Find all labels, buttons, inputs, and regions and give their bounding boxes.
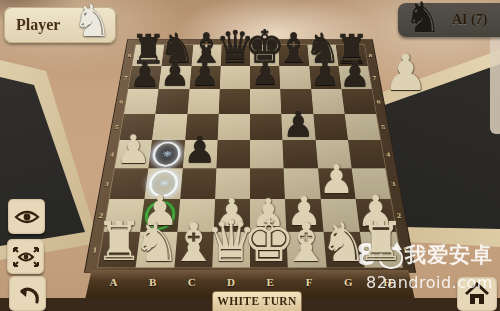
black-pawn-b7[interactable]: ♟ — [160, 56, 190, 90]
black-pawn-g7[interactable]: ♟ — [310, 56, 340, 90]
black-pawn-c7[interactable]: ♟ — [190, 57, 220, 90]
free-camera-button[interactable] — [7, 239, 44, 274]
black-player-badge: ♞ AI (7) — [398, 3, 500, 37]
square-g5[interactable] — [313, 114, 348, 140]
square-d6[interactable] — [219, 89, 250, 114]
square-h5[interactable] — [344, 114, 380, 140]
white-rook-h1[interactable]: ♜ — [357, 216, 405, 269]
square-b5[interactable] — [152, 114, 187, 140]
white-pawn-g3[interactable]: ♟ — [319, 160, 355, 200]
undo-button[interactable] — [9, 276, 46, 311]
black-pawn-a7[interactable]: ♟ — [129, 56, 160, 91]
right-rank-label-4: 4 — [382, 151, 394, 157]
right-rank-label-5: 5 — [378, 124, 389, 130]
white-player-badge: Player ♞ — [4, 7, 116, 43]
turn-banner: WHITE TURN — [212, 291, 302, 311]
watermark-text: 我爱安卓 — [405, 241, 493, 269]
eye-icon — [14, 207, 40, 227]
white-pawn-a4[interactable]: ♟ — [116, 130, 151, 169]
black-pawn-f5[interactable]: ♟ — [282, 106, 314, 141]
move-hint-ring-b4[interactable] — [151, 142, 182, 167]
chess-game-screen: ♟ 1122334455667788 ABCDEFGH ♜♞♝♛♚♝♞♜♟♟♟♟… — [0, 0, 500, 311]
white-knight-icon: ♞ — [73, 0, 112, 43]
black-pawn-c4[interactable]: ♟ — [183, 132, 216, 169]
file-label-e: E — [266, 276, 273, 288]
black-pawn-e7[interactable]: ♟ — [251, 58, 280, 90]
white-player-name: Player — [16, 16, 60, 34]
square-d5[interactable] — [217, 114, 250, 140]
background-object — [490, 34, 500, 134]
square-d4[interactable] — [216, 140, 250, 168]
file-label-g: G — [344, 276, 353, 288]
square-e4[interactable] — [250, 140, 284, 168]
left-rank-label-3: 3 — [101, 180, 113, 187]
right-rank-label-6: 6 — [373, 99, 384, 105]
square-b4[interactable] — [149, 140, 185, 168]
eye-arrows-icon — [12, 244, 40, 270]
square-e6[interactable] — [250, 89, 281, 114]
undo-arrow-icon — [15, 282, 41, 306]
show-moves-button[interactable] — [8, 199, 45, 234]
file-label-h: H — [383, 276, 392, 288]
black-knight-icon: ♞ — [404, 0, 442, 39]
file-label-b: B — [149, 276, 156, 288]
right-rank-label-7: 7 — [369, 75, 379, 80]
black-player-name: AI (7) — [452, 12, 487, 28]
file-label-d: D — [227, 276, 235, 288]
square-e5[interactable] — [250, 114, 283, 140]
file-label-c: C — [188, 276, 196, 288]
home-button[interactable] — [457, 277, 497, 311]
square-f4[interactable] — [283, 140, 318, 168]
file-label-f: F — [306, 276, 313, 288]
captured-white-pawn: ♟ — [384, 48, 429, 98]
black-pawn-h7[interactable]: ♟ — [339, 56, 370, 91]
square-c3[interactable] — [180, 168, 216, 198]
home-icon — [464, 282, 490, 306]
left-rank-label-6: 6 — [116, 99, 127, 105]
file-label-a: A — [109, 276, 117, 288]
